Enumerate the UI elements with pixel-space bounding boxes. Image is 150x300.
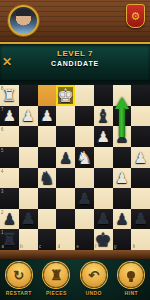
rank-coordinate: 2 bbox=[1, 210, 4, 215]
square-g6[interactable]: ♟ bbox=[113, 126, 132, 147]
undo-button[interactable]: ↶ UNDO bbox=[78, 262, 110, 296]
file-coordinate: g bbox=[114, 244, 117, 249]
square-g1[interactable]: g bbox=[113, 229, 132, 250]
square-h2[interactable]: ♟ bbox=[131, 209, 150, 230]
square-a3[interactable]: 3 bbox=[0, 188, 19, 209]
square-b4[interactable] bbox=[19, 168, 38, 189]
white-pawn: ♟ bbox=[94, 127, 113, 147]
undo-arrow-icon: ↶ bbox=[88, 269, 99, 282]
file-coordinate: h bbox=[133, 244, 136, 249]
square-d7[interactable] bbox=[56, 106, 75, 127]
restart-label: RESTART bbox=[6, 290, 32, 296]
gear-icon: ⚙ bbox=[131, 11, 141, 22]
undo-button-circle: ↶ bbox=[81, 262, 107, 288]
white-pawn: ♟ bbox=[38, 106, 57, 126]
square-b5[interactable] bbox=[19, 147, 38, 168]
square-f5[interactable] bbox=[94, 147, 113, 168]
square-d4[interactable] bbox=[56, 168, 75, 189]
black-pawn: ♟ bbox=[113, 209, 132, 229]
pieces-button-circle: ♜ bbox=[43, 262, 69, 288]
square-c4[interactable]: ♞ bbox=[38, 168, 57, 189]
square-d2[interactable] bbox=[56, 209, 75, 230]
square-f3[interactable] bbox=[94, 188, 113, 209]
square-b6[interactable] bbox=[19, 126, 38, 147]
file-coordinate: a bbox=[2, 244, 5, 249]
pieces-label: PIECES bbox=[46, 290, 67, 296]
black-bishop: ♝ bbox=[94, 106, 113, 126]
square-g5[interactable] bbox=[113, 147, 132, 168]
square-e1[interactable]: e bbox=[75, 229, 94, 250]
rank-coordinate: 6 bbox=[1, 127, 4, 132]
white-pawn: ♟ bbox=[19, 106, 38, 126]
black-pawn: ♟ bbox=[113, 127, 132, 147]
white-pawn: ♟ bbox=[0, 106, 19, 126]
chess-app-screen: ⚙ ✕ LEVEL 7 CANDIDATE 8♜♚7♟♟♟♝6♟♟5♟♞♟4♞♟… bbox=[0, 0, 150, 300]
level-label: LEVEL 7 bbox=[0, 49, 150, 58]
square-h8[interactable] bbox=[131, 85, 150, 106]
white-pawn: ♟ bbox=[131, 148, 150, 168]
square-d5[interactable]: ♟ bbox=[56, 147, 75, 168]
square-f8[interactable] bbox=[94, 85, 113, 106]
black-pawn: ♟ bbox=[56, 148, 75, 168]
rank-label: CANDIDATE bbox=[0, 60, 150, 67]
square-d1[interactable]: d bbox=[56, 229, 75, 250]
black-pawn: ♟ bbox=[19, 209, 38, 229]
lightbulb-icon bbox=[127, 271, 135, 279]
square-h3[interactable] bbox=[131, 188, 150, 209]
player-avatar[interactable] bbox=[8, 5, 39, 36]
square-a2[interactable]: 2♟ bbox=[0, 209, 19, 230]
white-rook: ♜ bbox=[0, 86, 19, 106]
square-a8[interactable]: 8♜ bbox=[0, 85, 19, 106]
square-f4[interactable] bbox=[94, 168, 113, 189]
square-b3[interactable] bbox=[19, 188, 38, 209]
square-a1[interactable]: 1a♜ bbox=[0, 229, 19, 250]
square-a7[interactable]: 7♟ bbox=[0, 106, 19, 127]
square-c1[interactable]: c bbox=[38, 229, 57, 250]
square-g2[interactable]: ♟ bbox=[113, 209, 132, 230]
rank-coordinate: 8 bbox=[1, 86, 4, 91]
square-d6[interactable] bbox=[56, 126, 75, 147]
file-coordinate: d bbox=[58, 244, 61, 249]
file-coordinate: b bbox=[20, 244, 23, 249]
restart-button-circle: ↻ bbox=[6, 262, 32, 288]
square-e8[interactable] bbox=[75, 85, 94, 106]
avatar-hair bbox=[16, 9, 31, 16]
square-e6[interactable] bbox=[75, 126, 94, 147]
square-f7[interactable]: ♝ bbox=[94, 106, 113, 127]
black-knight: ♞ bbox=[38, 168, 57, 188]
rank-coordinate: 3 bbox=[1, 189, 4, 194]
chess-board: 8♜♚7♟♟♟♝6♟♟5♟♞♟4♞♟3♟2♟♟♟♟♟1a♜bcdef♚gh bbox=[0, 85, 150, 250]
hint-button-circle bbox=[118, 262, 144, 288]
black-pawn: ♟ bbox=[131, 209, 150, 229]
square-g4[interactable]: ♟ bbox=[113, 168, 132, 189]
restart-icon: ↻ bbox=[13, 269, 24, 282]
white-knight: ♞ bbox=[75, 148, 94, 168]
square-c7[interactable]: ♟ bbox=[38, 106, 57, 127]
square-g3[interactable] bbox=[113, 188, 132, 209]
rank-coordinate: 1 bbox=[1, 230, 4, 235]
restart-button[interactable]: ↻ RESTART bbox=[3, 262, 35, 296]
square-d3[interactable] bbox=[56, 188, 75, 209]
square-g7[interactable] bbox=[113, 106, 132, 127]
black-pawn: ♟ bbox=[94, 209, 113, 229]
square-c5[interactable] bbox=[38, 147, 57, 168]
square-a6[interactable]: 6 bbox=[0, 126, 19, 147]
square-a5[interactable]: 5 bbox=[0, 147, 19, 168]
square-f6[interactable]: ♟ bbox=[94, 126, 113, 147]
square-h7[interactable] bbox=[131, 106, 150, 127]
level-banner: ✕ LEVEL 7 CANDIDATE bbox=[0, 42, 150, 80]
black-pawn: ♟ bbox=[75, 189, 94, 209]
rank-coordinate: 7 bbox=[1, 107, 4, 112]
square-d8[interactable]: ♚ bbox=[56, 85, 75, 106]
square-f2[interactable]: ♟ bbox=[94, 209, 113, 230]
square-e4[interactable] bbox=[75, 168, 94, 189]
square-f1[interactable]: f♚ bbox=[94, 229, 113, 250]
square-h4[interactable] bbox=[131, 168, 150, 189]
top-wood-bar: ⚙ bbox=[0, 0, 150, 42]
file-coordinate: e bbox=[77, 244, 80, 249]
square-h1[interactable]: h bbox=[131, 229, 150, 250]
square-c6[interactable] bbox=[38, 126, 57, 147]
rank-coordinate: 4 bbox=[1, 169, 4, 174]
square-c2[interactable] bbox=[38, 209, 57, 230]
bottom-toolbar: ↻ RESTART ♜ PIECES ↶ UNDO HINT bbox=[0, 259, 150, 300]
square-e7[interactable] bbox=[75, 106, 94, 127]
file-coordinate: f bbox=[95, 244, 96, 249]
square-c3[interactable] bbox=[38, 188, 57, 209]
pieces-button[interactable]: ♜ PIECES bbox=[40, 262, 72, 296]
rank-coordinate: 5 bbox=[1, 148, 4, 153]
square-g8[interactable] bbox=[113, 85, 132, 106]
square-e5[interactable]: ♞ bbox=[75, 147, 94, 168]
board-area: 8♜♚7♟♟♟♝6♟♟5♟♞♟4♞♟3♟2♟♟♟♟♟1a♜bcdef♚gh bbox=[0, 85, 150, 250]
board-bottom-wood-edge bbox=[0, 250, 150, 259]
chess-piece-icon: ♜ bbox=[50, 269, 63, 282]
undo-label: UNDO bbox=[86, 290, 102, 296]
square-e2[interactable] bbox=[75, 209, 94, 230]
square-c8[interactable] bbox=[38, 85, 57, 106]
black-rook: ♜ bbox=[0, 230, 19, 250]
black-king: ♚ bbox=[94, 230, 113, 250]
settings-button[interactable]: ⚙ bbox=[126, 4, 145, 28]
file-coordinate: c bbox=[39, 244, 41, 249]
square-h5[interactable]: ♟ bbox=[131, 147, 150, 168]
hint-button[interactable]: HINT bbox=[115, 262, 147, 296]
square-e3[interactable]: ♟ bbox=[75, 188, 94, 209]
square-b1[interactable]: b bbox=[19, 229, 38, 250]
square-a4[interactable]: 4 bbox=[0, 168, 19, 189]
square-h6[interactable] bbox=[131, 126, 150, 147]
white-pawn: ♟ bbox=[113, 168, 132, 188]
black-pawn: ♟ bbox=[0, 209, 19, 229]
hint-label: HINT bbox=[125, 290, 138, 296]
square-b8[interactable] bbox=[19, 85, 38, 106]
white-king: ♚ bbox=[56, 86, 75, 106]
square-b2[interactable]: ♟ bbox=[19, 209, 38, 230]
square-b7[interactable]: ♟ bbox=[19, 106, 38, 127]
